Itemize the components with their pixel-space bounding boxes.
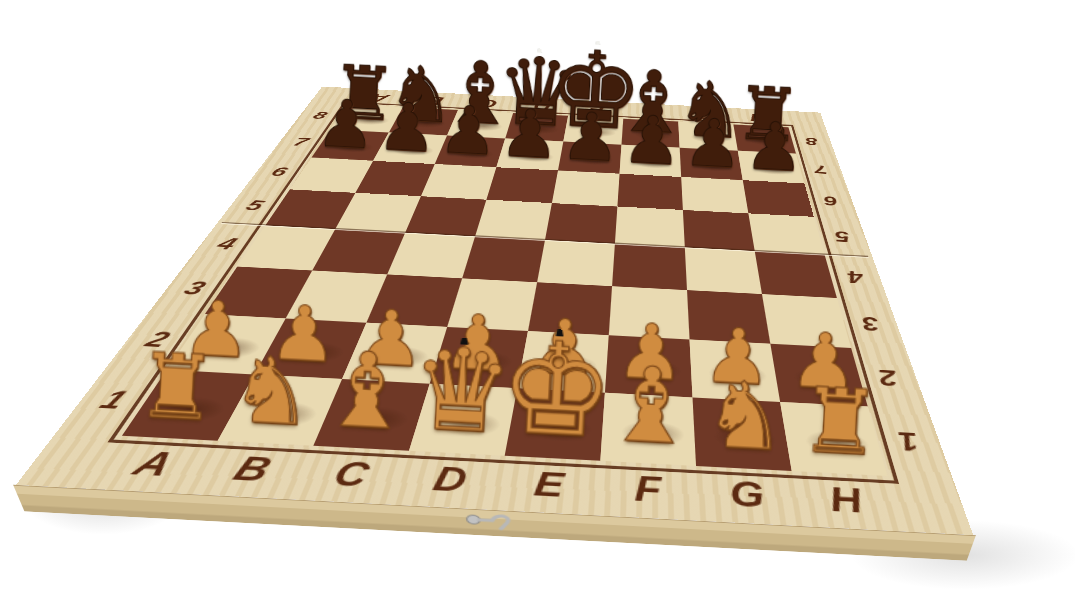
- file-label-bottom-f: F: [597, 461, 699, 521]
- square-g1[interactable]: ♞: [693, 397, 792, 470]
- square-f5[interactable]: [615, 206, 685, 247]
- square-f7[interactable]: ♟: [620, 145, 682, 177]
- square-g4[interactable]: [685, 247, 762, 294]
- file-label-bottom-d: D: [392, 451, 504, 510]
- square-e7[interactable]: ♟: [558, 142, 622, 174]
- square-f1[interactable]: ♝: [600, 393, 696, 466]
- file-label-bottom-a: A: [86, 436, 218, 494]
- scene: ♜♞♝♛♚♝♞♜♟♟♟♟♟♟♟♟♟♟♟♟♟♟♟♟♜♞♝♛♚♝♞♜AABBCCDD…: [0, 0, 1075, 605]
- piece-black-pawn[interactable]: ♟: [315, 92, 377, 157]
- piece-white-bishop[interactable]: ♝: [318, 340, 415, 443]
- piece-white-queen[interactable]: ♛: [408, 335, 516, 448]
- piece-black-pawn[interactable]: ♟: [682, 111, 744, 176]
- piece-white-rook[interactable]: ♜: [798, 378, 883, 467]
- square-e5[interactable]: [545, 203, 617, 244]
- square-c5[interactable]: [405, 196, 486, 236]
- square-d1[interactable]: ♛: [409, 384, 517, 456]
- square-e4[interactable]: [537, 240, 615, 286]
- board-frame: ♜♞♝♛♚♝♞♜♟♟♟♟♟♟♟♟♟♟♟♟♟♟♟♟♜♞♝♛♚♝♞♜AABBCCDD…: [16, 87, 973, 535]
- square-e1[interactable]: ♚: [505, 388, 605, 461]
- square-h7[interactable]: ♟: [738, 151, 805, 184]
- file-label-bottom-g: G: [696, 466, 801, 526]
- file-label-bottom-c: C: [290, 446, 409, 505]
- piece-black-pawn[interactable]: ♟: [560, 105, 622, 170]
- square-e6[interactable]: [552, 171, 620, 207]
- file-label-bottom-e: E: [495, 456, 601, 515]
- piece-black-pawn[interactable]: ♟: [437, 99, 499, 164]
- square-c7[interactable]: ♟: [435, 136, 505, 168]
- piece-black-pawn[interactable]: ♟: [621, 108, 683, 173]
- square-f4[interactable]: [612, 244, 687, 290]
- white-finial-icon: [537, 43, 543, 53]
- piece-white-knight[interactable]: ♞: [702, 371, 789, 463]
- piece-white-bishop[interactable]: ♝: [602, 355, 699, 458]
- square-h1[interactable]: ♜: [780, 402, 887, 476]
- black-finial-icon: [459, 328, 469, 345]
- piece-black-pawn[interactable]: ♟: [743, 115, 805, 180]
- square-h5[interactable]: [748, 213, 824, 254]
- rank-label-right-7: 7: [796, 154, 847, 186]
- file-label-bottom-h: H: [792, 471, 903, 531]
- rank-label-right-5: 5: [814, 217, 873, 257]
- rank-label-left-4: 4: [186, 223, 265, 267]
- square-d7[interactable]: ♟: [496, 139, 563, 171]
- rank-label-right-6: 6: [804, 183, 858, 219]
- square-c6[interactable]: [421, 164, 496, 200]
- piece-black-pawn[interactable]: ♟: [376, 95, 438, 160]
- square-g7[interactable]: ♟: [680, 148, 743, 180]
- piece-black-pawn[interactable]: ♟: [499, 102, 561, 167]
- perspective-wrapper: ♜♞♝♛♚♝♞♜♟♟♟♟♟♟♟♟♟♟♟♟♟♟♟♟♜♞♝♛♚♝♞♜AABBCCDD…: [0, 0, 1075, 605]
- square-f6[interactable]: [617, 174, 682, 210]
- clasp-hook-icon: [461, 511, 528, 532]
- square-d5[interactable]: [475, 200, 552, 240]
- square-d4[interactable]: [462, 236, 545, 282]
- square-g6[interactable]: [681, 177, 748, 213]
- piece-white-knight[interactable]: ♞: [228, 346, 315, 438]
- square-d6[interactable]: [486, 167, 558, 203]
- black-finial-icon: [555, 320, 565, 337]
- piece-white-rook[interactable]: ♜: [135, 344, 220, 433]
- white-finial-icon: [595, 35, 601, 45]
- square-g5[interactable]: [683, 210, 755, 251]
- square-h6[interactable]: [743, 180, 814, 217]
